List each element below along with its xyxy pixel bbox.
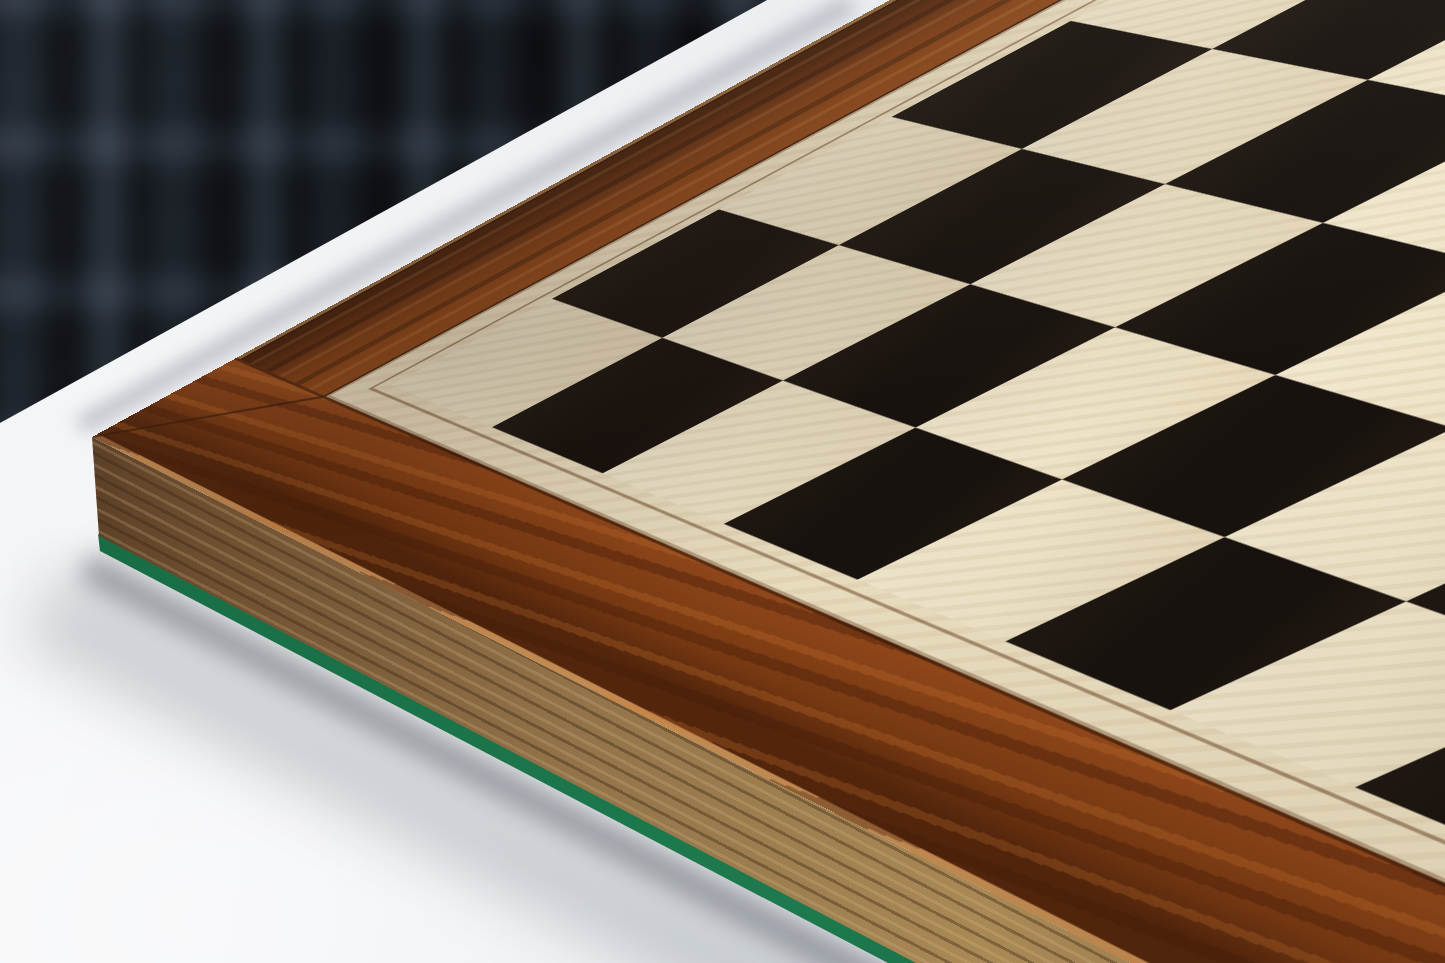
photo-scene <box>0 0 1445 963</box>
